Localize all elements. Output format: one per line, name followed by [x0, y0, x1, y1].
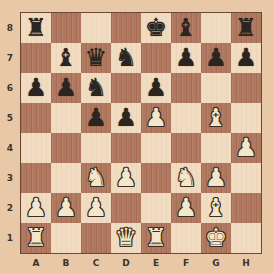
square-g1[interactable]: ♚: [201, 223, 231, 253]
square-d4[interactable]: [111, 133, 141, 163]
square-e4[interactable]: [141, 133, 171, 163]
square-c2[interactable]: ♟: [81, 193, 111, 223]
square-e3[interactable]: [141, 163, 171, 193]
square-b6[interactable]: ♟: [51, 73, 81, 103]
piece-black-pawn[interactable]: ♟: [171, 43, 201, 73]
square-a6[interactable]: ♟: [21, 73, 51, 103]
file-label-f: F: [171, 255, 201, 271]
piece-white-pawn[interactable]: ♟: [231, 133, 261, 163]
square-f5[interactable]: [171, 103, 201, 133]
file-label-d: D: [111, 255, 141, 271]
square-f3[interactable]: ♞: [171, 163, 201, 193]
piece-white-pawn[interactable]: ♟: [51, 193, 81, 223]
rank-label-3: 3: [0, 163, 20, 193]
piece-black-pawn[interactable]: ♟: [111, 103, 141, 133]
square-a8[interactable]: ♜: [21, 13, 51, 43]
file-label-e: E: [141, 255, 171, 271]
file-label-a: A: [21, 255, 51, 271]
rank-label-1: 1: [0, 223, 20, 253]
square-d8[interactable]: [111, 13, 141, 43]
square-a5[interactable]: [21, 103, 51, 133]
square-c5[interactable]: ♟: [81, 103, 111, 133]
rank-label-7: 7: [0, 43, 20, 73]
square-c7[interactable]: ♛: [81, 43, 111, 73]
rank-label-5: 5: [0, 103, 20, 133]
piece-white-queen[interactable]: ♛: [111, 223, 141, 253]
piece-white-pawn[interactable]: ♟: [141, 103, 171, 133]
square-g4[interactable]: [201, 133, 231, 163]
piece-white-pawn[interactable]: ♟: [171, 193, 201, 223]
square-h7[interactable]: ♟: [231, 43, 261, 73]
file-label-g: G: [201, 255, 231, 271]
rank-label-6: 6: [0, 73, 20, 103]
square-e8[interactable]: ♚: [141, 13, 171, 43]
square-f6[interactable]: [171, 73, 201, 103]
file-label-h: H: [231, 255, 261, 271]
square-h4[interactable]: ♟: [231, 133, 261, 163]
square-c3[interactable]: ♞: [81, 163, 111, 193]
square-b7[interactable]: ♝: [51, 43, 81, 73]
piece-white-rook[interactable]: ♜: [141, 223, 171, 253]
piece-white-bishop[interactable]: ♝: [201, 103, 231, 133]
piece-white-rook[interactable]: ♜: [21, 223, 51, 253]
square-b1[interactable]: [51, 223, 81, 253]
piece-white-knight[interactable]: ♞: [171, 163, 201, 193]
square-g3[interactable]: ♟: [201, 163, 231, 193]
square-d5[interactable]: ♟: [111, 103, 141, 133]
square-b8[interactable]: [51, 13, 81, 43]
square-b4[interactable]: [51, 133, 81, 163]
square-b3[interactable]: [51, 163, 81, 193]
square-h6[interactable]: [231, 73, 261, 103]
piece-black-knight[interactable]: ♞: [111, 43, 141, 73]
square-h2[interactable]: [231, 193, 261, 223]
chess-board: ♜♚♝♜♝♛♞♟♟♟♟♟♞♟♟♟♟♝♟♞♟♞♟♟♟♟♟♝♜♛♜♚: [20, 12, 262, 254]
square-h5[interactable]: [231, 103, 261, 133]
piece-black-rook[interactable]: ♜: [21, 13, 51, 43]
piece-black-knight[interactable]: ♞: [81, 73, 111, 103]
square-g2[interactable]: ♝: [201, 193, 231, 223]
square-g7[interactable]: ♟: [201, 43, 231, 73]
square-h8[interactable]: ♜: [231, 13, 261, 43]
square-e2[interactable]: [141, 193, 171, 223]
square-g8[interactable]: [201, 13, 231, 43]
square-h1[interactable]: [231, 223, 261, 253]
piece-white-knight[interactable]: ♞: [81, 163, 111, 193]
square-a3[interactable]: [21, 163, 51, 193]
rank-label-2: 2: [0, 193, 20, 223]
square-d7[interactable]: ♞: [111, 43, 141, 73]
square-h3[interactable]: [231, 163, 261, 193]
square-d2[interactable]: [111, 193, 141, 223]
square-e5[interactable]: ♟: [141, 103, 171, 133]
piece-white-pawn[interactable]: ♟: [21, 193, 51, 223]
piece-black-king[interactable]: ♚: [141, 13, 171, 43]
piece-black-queen[interactable]: ♛: [81, 43, 111, 73]
piece-black-bishop[interactable]: ♝: [51, 43, 81, 73]
square-e7[interactable]: [141, 43, 171, 73]
square-d1[interactable]: ♛: [111, 223, 141, 253]
square-g6[interactable]: [201, 73, 231, 103]
file-label-c: C: [81, 255, 111, 271]
piece-black-pawn[interactable]: ♟: [81, 103, 111, 133]
square-g5[interactable]: ♝: [201, 103, 231, 133]
chess-board-screenshot: ♜♚♝♜♝♛♞♟♟♟♟♟♞♟♟♟♟♝♟♞♟♞♟♟♟♟♟♝♜♛♜♚ 8765432…: [0, 0, 273, 273]
square-c8[interactable]: [81, 13, 111, 43]
square-e1[interactable]: ♜: [141, 223, 171, 253]
piece-white-pawn[interactable]: ♟: [111, 163, 141, 193]
square-c1[interactable]: [81, 223, 111, 253]
square-d6[interactable]: [111, 73, 141, 103]
piece-white-pawn[interactable]: ♟: [81, 193, 111, 223]
rank-label-8: 8: [0, 13, 20, 43]
piece-black-rook[interactable]: ♜: [231, 13, 261, 43]
piece-black-pawn[interactable]: ♟: [141, 73, 171, 103]
square-f1[interactable]: [171, 223, 201, 253]
piece-black-pawn[interactable]: ♟: [231, 43, 261, 73]
square-f8[interactable]: ♝: [171, 13, 201, 43]
square-f4[interactable]: [171, 133, 201, 163]
square-f7[interactable]: ♟: [171, 43, 201, 73]
file-label-b: B: [51, 255, 81, 271]
piece-white-pawn[interactable]: ♟: [201, 163, 231, 193]
square-c4[interactable]: [81, 133, 111, 163]
square-a1[interactable]: ♜: [21, 223, 51, 253]
square-a4[interactable]: [21, 133, 51, 163]
square-e6[interactable]: ♟: [141, 73, 171, 103]
piece-white-bishop[interactable]: ♝: [201, 193, 231, 223]
piece-black-bishop[interactable]: ♝: [171, 13, 201, 43]
square-b5[interactable]: [51, 103, 81, 133]
square-a7[interactable]: [21, 43, 51, 73]
square-f2[interactable]: ♟: [171, 193, 201, 223]
square-a2[interactable]: ♟: [21, 193, 51, 223]
piece-white-king[interactable]: ♚: [201, 223, 231, 253]
rank-label-4: 4: [0, 133, 20, 163]
piece-black-pawn[interactable]: ♟: [21, 73, 51, 103]
piece-black-pawn[interactable]: ♟: [51, 73, 81, 103]
square-d3[interactable]: ♟: [111, 163, 141, 193]
square-c6[interactable]: ♞: [81, 73, 111, 103]
square-b2[interactable]: ♟: [51, 193, 81, 223]
piece-black-pawn[interactable]: ♟: [201, 43, 231, 73]
